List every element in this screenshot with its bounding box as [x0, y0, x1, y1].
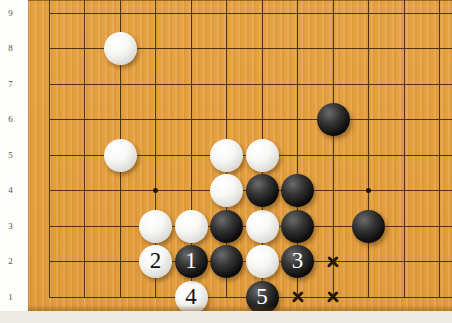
grid-line-vertical [84, 0, 85, 298]
board-bottom-margin [0, 311, 452, 323]
coord-label-row-7: 7 [0, 79, 21, 90]
stone-black[interactable] [281, 210, 314, 243]
stone-black[interactable] [281, 174, 314, 207]
grid-line-vertical [439, 0, 440, 298]
move-number-label: 2 [150, 249, 162, 274]
coord-label-row-2: 2 [0, 256, 21, 267]
stone-black[interactable] [246, 174, 279, 207]
stone-white[interactable] [246, 210, 279, 243]
star-point [153, 188, 158, 193]
grid-line-vertical [404, 0, 405, 298]
stone-white[interactable] [246, 139, 279, 172]
stone-black-move-3[interactable]: 3 [281, 245, 314, 278]
coord-label-row-1: 1 [0, 292, 21, 303]
x-mark [290, 289, 306, 305]
stone-white-move-2[interactable]: 2 [139, 245, 172, 278]
stone-white[interactable] [210, 174, 243, 207]
stone-black[interactable] [210, 210, 243, 243]
coord-label-row-9: 9 [0, 8, 21, 19]
stone-white[interactable] [104, 139, 137, 172]
stone-white[interactable] [104, 32, 137, 65]
star-point [366, 188, 371, 193]
stone-black[interactable] [210, 245, 243, 278]
stone-white-move-4[interactable]: 4 [175, 281, 208, 314]
grid-line-horizontal [49, 84, 452, 85]
x-mark [325, 289, 341, 305]
grid-line-horizontal [49, 119, 452, 120]
go-diagram-screen: 24135 123456789 [0, 0, 452, 323]
move-number-label: 1 [185, 249, 197, 274]
move-number-label: 4 [185, 285, 197, 310]
grid-line-vertical [368, 0, 369, 298]
stone-white[interactable] [139, 210, 172, 243]
coord-label-row-8: 8 [0, 43, 21, 54]
stone-black-move-5[interactable]: 5 [246, 281, 279, 314]
go-board[interactable]: 24135 [28, 0, 452, 311]
stone-black-move-1[interactable]: 1 [175, 245, 208, 278]
stone-black[interactable] [352, 210, 385, 243]
coord-label-row-4: 4 [0, 185, 21, 196]
coord-label-row-3: 3 [0, 221, 21, 232]
stone-white[interactable] [175, 210, 208, 243]
stone-black[interactable] [317, 103, 350, 136]
x-mark [325, 254, 341, 270]
move-number-label: 3 [292, 249, 304, 274]
grid-line-horizontal [49, 13, 452, 14]
stone-white[interactable] [210, 139, 243, 172]
coordinate-strip: 123456789 [0, 0, 28, 311]
move-number-label: 5 [256, 285, 268, 310]
coord-label-row-6: 6 [0, 114, 21, 125]
grid-line-vertical [49, 0, 50, 298]
coord-label-row-5: 5 [0, 150, 21, 161]
stone-white[interactable] [246, 245, 279, 278]
